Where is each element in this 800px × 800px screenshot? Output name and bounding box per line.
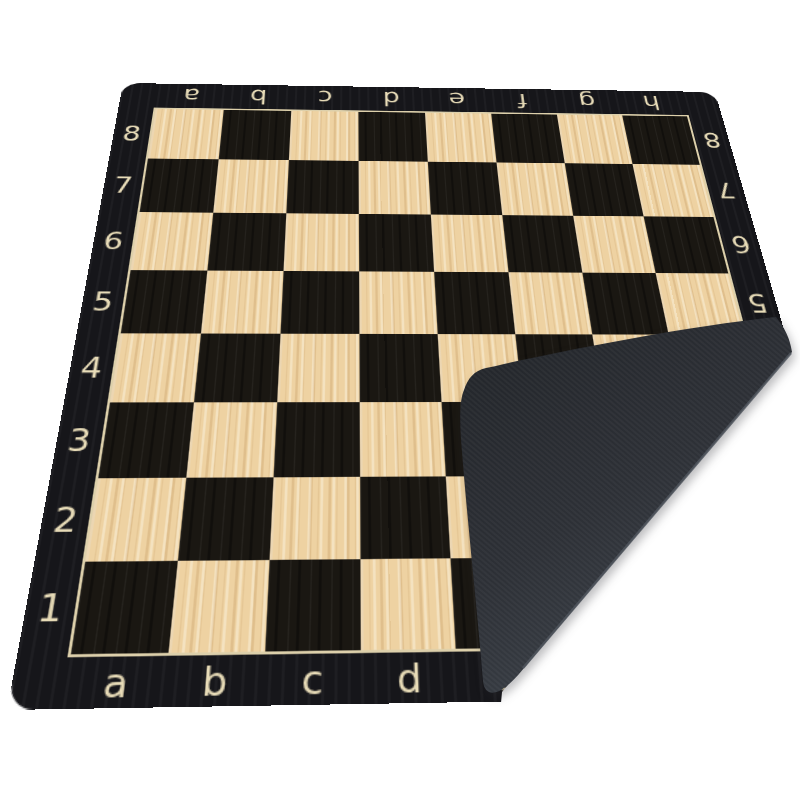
product-photo: abcdefgh abcdefgh 87654321 87654321 xyxy=(0,0,800,800)
square-c5 xyxy=(280,271,359,334)
file-label-bottom-d: d xyxy=(361,652,459,704)
square-d3 xyxy=(360,402,446,477)
square-a4 xyxy=(110,333,201,402)
square-b8 xyxy=(219,110,292,160)
square-f5 xyxy=(509,272,593,334)
square-g4 xyxy=(592,334,683,401)
square-a5 xyxy=(121,270,208,333)
file-label-bottom-f: f xyxy=(550,649,651,701)
file-label-bottom-c: c xyxy=(263,653,362,706)
square-h6 xyxy=(644,216,729,273)
square-c6 xyxy=(284,213,360,271)
square-h8 xyxy=(622,115,700,164)
square-d7 xyxy=(359,161,431,215)
square-e3 xyxy=(442,402,531,477)
file-label-top-e: e xyxy=(424,88,491,113)
file-label-bottom-b: b xyxy=(163,654,265,707)
square-b2 xyxy=(178,477,274,561)
file-label-top-a: a xyxy=(156,84,226,109)
file-label-bottom-g: g xyxy=(643,648,746,699)
file-label-top-b: b xyxy=(224,85,293,110)
square-e4 xyxy=(438,334,523,402)
square-a3 xyxy=(98,402,194,478)
file-label-top-c: c xyxy=(291,86,358,111)
file-label-top-d: d xyxy=(358,87,425,112)
square-h7 xyxy=(632,164,713,217)
square-g3 xyxy=(603,402,698,476)
square-f1 xyxy=(540,557,643,648)
square-f8 xyxy=(491,114,565,164)
square-g7 xyxy=(565,163,644,216)
square-d5 xyxy=(359,271,438,334)
square-g5 xyxy=(582,273,668,335)
file-label-top-h: h xyxy=(617,91,687,115)
square-f4 xyxy=(515,334,603,402)
square-f2 xyxy=(531,476,628,558)
square-e6 xyxy=(431,215,509,273)
square-b6 xyxy=(207,213,286,271)
square-c8 xyxy=(289,111,359,161)
square-e8 xyxy=(425,113,497,163)
square-e5 xyxy=(434,272,515,334)
file-label-bottom-e: e xyxy=(456,650,555,702)
square-d6 xyxy=(359,214,434,272)
square-g8 xyxy=(557,115,633,164)
square-c1 xyxy=(265,559,361,651)
square-h3 xyxy=(683,402,781,476)
square-d1 xyxy=(360,558,455,650)
square-f6 xyxy=(502,215,582,272)
square-f3 xyxy=(523,402,615,476)
square-d2 xyxy=(360,476,450,559)
square-d8 xyxy=(358,112,427,162)
chess-mat: abcdefgh abcdefgh 87654321 87654321 xyxy=(7,83,800,710)
square-a2 xyxy=(85,478,186,562)
chess-board xyxy=(71,109,800,654)
square-g6 xyxy=(573,216,655,273)
square-c7 xyxy=(286,160,359,214)
square-a1 xyxy=(71,561,178,654)
square-a6 xyxy=(131,212,214,270)
file-label-bottom-h: h xyxy=(735,646,800,697)
file-labels-bottom: abcdefgh xyxy=(62,646,800,709)
square-b4 xyxy=(194,334,281,403)
file-label-bottom-a: a xyxy=(62,656,168,709)
file-label-top-f: f xyxy=(488,89,556,114)
square-h5 xyxy=(656,273,745,335)
square-c4 xyxy=(277,334,360,402)
square-c2 xyxy=(270,477,361,560)
square-b1 xyxy=(168,560,269,653)
square-h4 xyxy=(669,335,762,402)
square-e7 xyxy=(428,162,502,215)
board-frame xyxy=(67,108,800,658)
square-b7 xyxy=(213,159,289,213)
square-a8 xyxy=(148,109,224,159)
square-a7 xyxy=(140,159,219,213)
square-c3 xyxy=(274,402,360,477)
square-e2 xyxy=(446,476,540,558)
square-d4 xyxy=(359,334,441,402)
square-f7 xyxy=(497,162,574,215)
file-label-top-g: g xyxy=(553,90,622,115)
square-h2 xyxy=(698,475,800,556)
square-b5 xyxy=(201,271,284,334)
square-e1 xyxy=(450,557,549,648)
square-b3 xyxy=(186,402,277,478)
